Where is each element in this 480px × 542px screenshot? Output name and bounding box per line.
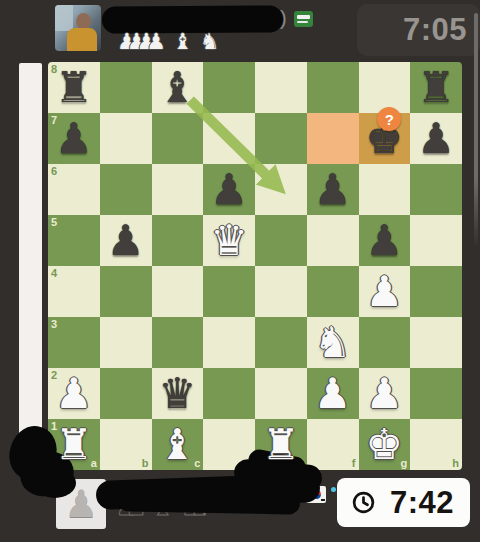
square-c7[interactable] xyxy=(152,113,204,164)
square-d3[interactable] xyxy=(203,317,255,368)
file-label-b: b xyxy=(142,457,149,469)
square-f6[interactable]: ♟ xyxy=(307,164,359,215)
square-c3[interactable] xyxy=(152,317,204,368)
square-h4[interactable] xyxy=(410,266,462,317)
white-pawn-g4[interactable]: ♟ xyxy=(366,271,404,313)
square-b1[interactable]: b xyxy=(100,419,152,470)
trigram-mark xyxy=(321,499,325,501)
bottom-player-time: 7:42 xyxy=(390,485,454,521)
black-queen-c2[interactable]: ♛ xyxy=(159,373,197,415)
square-a8[interactable]: 8♜ xyxy=(48,62,100,113)
saudi-arabia-flag-icon xyxy=(294,11,313,27)
black-pawn-f6[interactable]: ♟ xyxy=(314,169,352,211)
square-e2[interactable] xyxy=(255,368,307,419)
rank-label-3: 3 xyxy=(51,318,57,330)
square-f3[interactable]: ♞ xyxy=(307,317,359,368)
black-pawn-h7[interactable]: ♟ xyxy=(417,118,455,160)
square-a6[interactable]: 6 xyxy=(48,164,100,215)
status-dot xyxy=(331,487,336,492)
avatar-photo-shirt xyxy=(67,28,97,51)
square-d4[interactable] xyxy=(203,266,255,317)
square-f4[interactable] xyxy=(307,266,359,317)
square-e6[interactable] xyxy=(255,164,307,215)
evaluation-bar xyxy=(19,63,42,468)
file-label-f: f xyxy=(352,457,356,469)
square-e7[interactable] xyxy=(255,113,307,164)
square-b6[interactable] xyxy=(100,164,152,215)
black-pawn-g5[interactable]: ♟ xyxy=(366,220,404,262)
square-c1[interactable]: c♝ xyxy=(152,419,204,470)
white-pawn-a2[interactable]: ♟ xyxy=(55,373,93,415)
square-b5[interactable]: ♟ xyxy=(100,215,152,266)
top-player-captured-pieces: ♟♟♟♟♝♞ xyxy=(117,30,219,54)
square-h5[interactable] xyxy=(410,215,462,266)
square-c6[interactable] xyxy=(152,164,204,215)
white-rook-a1[interactable]: ♜ xyxy=(55,424,93,466)
white-queen-d5[interactable]: ♛ xyxy=(210,220,248,262)
square-g4[interactable]: ♟ xyxy=(359,266,411,317)
rank-label-6: 6 xyxy=(51,165,57,177)
square-d7[interactable] xyxy=(203,113,255,164)
square-c8[interactable]: ♝ xyxy=(152,62,204,113)
chess-board[interactable]: 8♜♝♜7♟♚♟6♟♟5♟♛♟4♟3♞2♟♛♟♟1a♜bc♝de♜fg♚h? xyxy=(48,62,462,470)
top-player-clock: 7:05 xyxy=(357,4,480,56)
scrollbar[interactable] xyxy=(474,13,478,248)
square-a3[interactable]: 3 xyxy=(48,317,100,368)
square-a5[interactable]: 5 xyxy=(48,215,100,266)
square-a1[interactable]: 1a♜ xyxy=(48,419,100,470)
flag-sword-mark xyxy=(297,21,308,23)
square-d8[interactable] xyxy=(203,62,255,113)
square-g6[interactable] xyxy=(359,164,411,215)
top-player-time: 7:05 xyxy=(403,12,467,48)
square-e4[interactable] xyxy=(255,266,307,317)
square-h2[interactable] xyxy=(410,368,462,419)
square-h8[interactable]: ♜ xyxy=(410,62,462,113)
square-d2[interactable] xyxy=(203,368,255,419)
black-rook-a8[interactable]: ♜ xyxy=(55,67,93,109)
top-player-avatar[interactable] xyxy=(55,5,101,51)
white-pawn-f2[interactable]: ♟ xyxy=(314,373,352,415)
square-g1[interactable]: g♚ xyxy=(359,419,411,470)
square-e5[interactable] xyxy=(255,215,307,266)
square-b8[interactable] xyxy=(100,62,152,113)
white-bishop-c1[interactable]: ♝ xyxy=(159,424,197,466)
captured-pawn-icon: ♟ xyxy=(146,30,166,54)
redaction-scribble xyxy=(118,489,300,514)
black-rook-h8[interactable]: ♜ xyxy=(417,67,455,109)
square-e8[interactable] xyxy=(255,62,307,113)
black-pawn-b5[interactable]: ♟ xyxy=(107,220,145,262)
avatar-photo-background xyxy=(55,5,73,31)
square-c5[interactable] xyxy=(152,215,204,266)
square-g5[interactable]: ♟ xyxy=(359,215,411,266)
rank-label-5: 5 xyxy=(51,216,57,228)
square-d5[interactable]: ♛ xyxy=(203,215,255,266)
square-f1[interactable]: f xyxy=(307,419,359,470)
square-h1[interactable]: h xyxy=(410,419,462,470)
clock-icon xyxy=(351,490,376,515)
black-pawn-d6[interactable]: ♟ xyxy=(210,169,248,211)
square-h6[interactable] xyxy=(410,164,462,215)
rank-label-4: 4 xyxy=(51,267,57,279)
captured-bishop-icon: ♝ xyxy=(173,30,193,54)
square-a4[interactable]: 4 xyxy=(48,266,100,317)
white-rook-e1[interactable]: ♜ xyxy=(262,424,300,466)
square-f2[interactable]: ♟ xyxy=(307,368,359,419)
square-c2[interactable]: ♛ xyxy=(152,368,204,419)
square-b7[interactable] xyxy=(100,113,152,164)
redaction-scribble xyxy=(34,468,76,498)
square-a7[interactable]: 7♟ xyxy=(48,113,100,164)
white-king-g1[interactable]: ♚ xyxy=(366,424,404,466)
square-c4[interactable] xyxy=(152,266,204,317)
square-f7[interactable] xyxy=(307,113,359,164)
square-e3[interactable] xyxy=(255,317,307,368)
file-label-h: h xyxy=(452,457,459,469)
square-g2[interactable]: ♟ xyxy=(359,368,411,419)
white-knight-f3[interactable]: ♞ xyxy=(314,322,352,364)
square-h7[interactable]: ♟ xyxy=(410,113,462,164)
square-b4[interactable] xyxy=(100,266,152,317)
bottom-player-clock: 7:42 xyxy=(337,478,470,527)
top-player-rating-paren: ) xyxy=(280,7,287,30)
square-f5[interactable] xyxy=(307,215,359,266)
black-bishop-c8[interactable]: ♝ xyxy=(159,67,197,109)
black-pawn-a7[interactable]: ♟ xyxy=(55,118,93,160)
square-a2[interactable]: 2♟ xyxy=(48,368,100,419)
square-g3[interactable] xyxy=(359,317,411,368)
square-h3[interactable] xyxy=(410,317,462,368)
square-e1[interactable]: e♜ xyxy=(255,419,307,470)
captured-knight-icon: ♞ xyxy=(200,30,220,54)
flag-script-mark xyxy=(297,15,310,19)
white-pawn-g2[interactable]: ♟ xyxy=(366,373,404,415)
square-b3[interactable] xyxy=(100,317,152,368)
square-d6[interactable]: ♟ xyxy=(203,164,255,215)
square-g8[interactable] xyxy=(359,62,411,113)
square-b2[interactable] xyxy=(100,368,152,419)
square-f8[interactable] xyxy=(307,62,359,113)
